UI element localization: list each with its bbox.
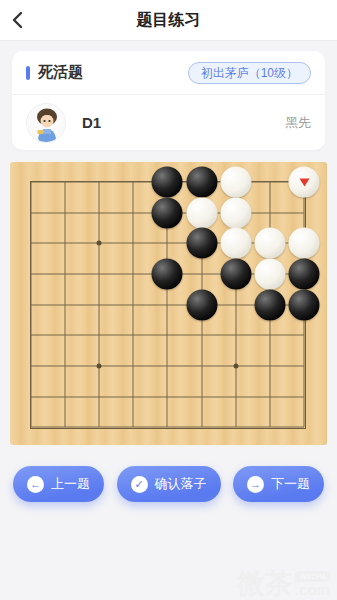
board-intersection[interactable] [185, 320, 219, 351]
black-stone [152, 166, 183, 197]
problem-row: D1 黑先 [12, 95, 325, 150]
board-intersection[interactable] [14, 412, 48, 443]
board-intersection[interactable] [14, 351, 48, 382]
board-intersection[interactable] [48, 351, 82, 382]
board-intersection[interactable] [185, 259, 219, 290]
board-intersection[interactable] [116, 228, 150, 259]
black-stone [289, 259, 320, 290]
black-stone [255, 289, 286, 320]
watermark-suffix: .com [295, 582, 330, 599]
board-intersection[interactable] [116, 259, 150, 290]
circle-arrow-right-icon: → [247, 476, 264, 493]
go-board [10, 162, 327, 445]
confirm-move-label: 确认落子 [155, 475, 207, 493]
board-intersection[interactable] [150, 259, 184, 290]
check-circle-icon: ✓ [131, 476, 148, 493]
board-intersection[interactable] [14, 381, 48, 412]
black-stone [289, 289, 320, 320]
problem-card: 死活题 初出茅庐（10级） D1 黑先 [12, 51, 325, 150]
board-intersection[interactable] [253, 228, 287, 259]
board-intersection[interactable] [48, 228, 82, 259]
board-intersection[interactable] [185, 167, 219, 198]
board-intersection[interactable] [82, 259, 116, 290]
board-intersection[interactable] [253, 259, 287, 290]
board-intersection[interactable] [253, 381, 287, 412]
board-intersection[interactable] [219, 320, 253, 351]
board-intersection[interactable] [82, 320, 116, 351]
black-stone [186, 289, 217, 320]
board-intersection[interactable] [48, 289, 82, 320]
board-intersection[interactable] [253, 167, 287, 198]
black-stone [152, 259, 183, 290]
board-grid [14, 167, 322, 443]
board-intersection[interactable] [14, 167, 48, 198]
category-label: 死活题 [38, 63, 83, 82]
white-stone [220, 166, 251, 197]
board-intersection[interactable] [116, 412, 150, 443]
white-stone [289, 166, 320, 197]
circle-arrow-left-icon: ← [27, 476, 44, 493]
board-intersection[interactable] [150, 228, 184, 259]
top-bar: 题目练习 [0, 0, 337, 41]
black-stone [220, 259, 251, 290]
board-intersection[interactable] [219, 412, 253, 443]
board-intersection[interactable] [48, 381, 82, 412]
back-button[interactable] [12, 0, 46, 40]
board-intersection[interactable] [14, 289, 48, 320]
black-stone [186, 228, 217, 259]
page-title: 题目练习 [0, 10, 337, 31]
board-intersection[interactable] [150, 381, 184, 412]
board-intersection[interactable] [82, 351, 116, 382]
board-intersection[interactable] [14, 228, 48, 259]
board-intersection[interactable] [150, 320, 184, 351]
board-intersection[interactable] [253, 412, 287, 443]
board-intersection[interactable] [253, 289, 287, 320]
board-intersection[interactable] [150, 197, 184, 228]
board-intersection[interactable] [287, 412, 321, 443]
board-intersection[interactable] [150, 289, 184, 320]
board-intersection[interactable] [219, 259, 253, 290]
board-intersection[interactable] [287, 259, 321, 290]
board-intersection[interactable] [287, 289, 321, 320]
board-intersection[interactable] [82, 167, 116, 198]
board-intersection[interactable] [116, 351, 150, 382]
board-intersection[interactable] [253, 197, 287, 228]
board-intersection[interactable] [82, 381, 116, 412]
last-move-marker [299, 179, 309, 187]
turn-indicator: 黑先 [285, 114, 311, 132]
next-problem-label: 下一题 [271, 475, 310, 493]
prev-problem-button[interactable]: ← 上一题 [13, 466, 104, 502]
board-intersection[interactable] [48, 197, 82, 228]
watermark-name: 微茶 [237, 571, 293, 598]
board-intersection[interactable] [287, 228, 321, 259]
watermark-badge: WXCHA [295, 571, 331, 582]
white-stone [220, 228, 251, 259]
board-intersection[interactable] [287, 381, 321, 412]
board-intersection[interactable] [185, 228, 219, 259]
board-intersection[interactable] [82, 412, 116, 443]
board-intersection[interactable] [219, 381, 253, 412]
star-point [233, 364, 238, 369]
board-intersection[interactable] [48, 259, 82, 290]
prev-problem-label: 上一题 [51, 475, 90, 493]
board-intersection[interactable] [14, 197, 48, 228]
board-intersection[interactable] [219, 289, 253, 320]
board-intersection[interactable] [287, 167, 321, 198]
board-intersection[interactable] [48, 320, 82, 351]
board-intersection[interactable] [219, 351, 253, 382]
avatar-cartoon [27, 104, 66, 143]
board-intersection[interactable] [48, 167, 82, 198]
board-intersection[interactable] [14, 320, 48, 351]
board-intersection[interactable] [150, 412, 184, 443]
board-intersection[interactable] [219, 197, 253, 228]
black-stone [152, 197, 183, 228]
board-intersection[interactable] [116, 381, 150, 412]
board-intersection[interactable] [116, 289, 150, 320]
button-row: ← 上一题 ✓ 确认落子 → 下一题 [0, 466, 337, 502]
board-intersection[interactable] [116, 320, 150, 351]
category-row: 死活题 初出茅庐（10级） [12, 51, 325, 94]
board-intersection[interactable] [185, 412, 219, 443]
board-intersection[interactable] [219, 167, 253, 198]
board-intersection[interactable] [253, 320, 287, 351]
white-stone [289, 228, 320, 259]
board-intersection[interactable] [185, 197, 219, 228]
board-intersection[interactable] [116, 197, 150, 228]
confirm-move-button[interactable]: ✓ 确认落子 [117, 466, 221, 502]
board-intersection[interactable] [116, 167, 150, 198]
white-stone [220, 197, 251, 228]
black-stone [186, 166, 217, 197]
board-intersection[interactable] [185, 289, 219, 320]
category-bar-icon [26, 66, 30, 80]
board-intersection[interactable] [82, 289, 116, 320]
board-intersection[interactable] [82, 228, 116, 259]
watermark: 微茶 WXCHA .com [237, 571, 331, 599]
board-intersection[interactable] [287, 320, 321, 351]
white-stone [255, 259, 286, 290]
avatar [26, 103, 66, 143]
board-intersection[interactable] [253, 351, 287, 382]
star-point [97, 241, 102, 246]
white-stone [255, 228, 286, 259]
board-intersection[interactable] [185, 381, 219, 412]
board-intersection[interactable] [150, 351, 184, 382]
star-point [97, 364, 102, 369]
board-intersection[interactable] [14, 259, 48, 290]
board-intersection[interactable] [287, 197, 321, 228]
problem-id: D1 [82, 114, 101, 131]
board-intersection[interactable] [48, 412, 82, 443]
back-chevron-icon [12, 11, 23, 29]
board-intersection[interactable] [219, 228, 253, 259]
board-intersection[interactable] [150, 167, 184, 198]
white-stone [186, 197, 217, 228]
level-badge: 初出茅庐（10级） [188, 62, 311, 84]
board-intersection[interactable] [185, 351, 219, 382]
next-problem-button[interactable]: → 下一题 [233, 466, 324, 502]
board-intersection[interactable] [82, 197, 116, 228]
board-intersection[interactable] [287, 351, 321, 382]
